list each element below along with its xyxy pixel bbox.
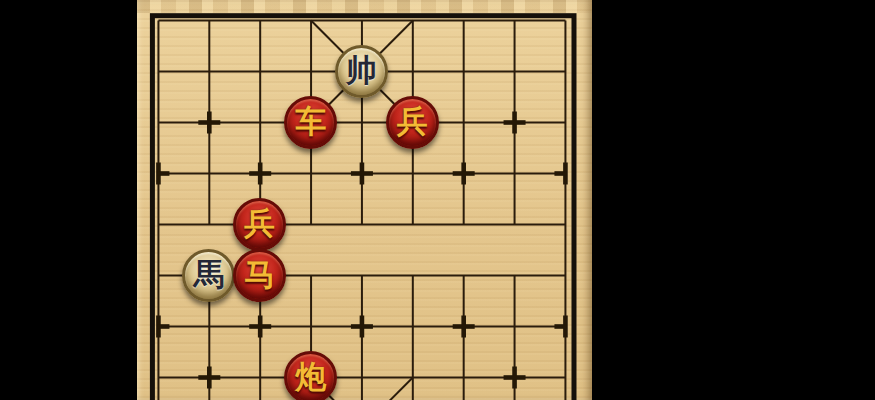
piece-red-horse[interactable]: 马 (233, 249, 286, 302)
piece-red-soldier-a[interactable]: 兵 (386, 96, 439, 149)
piece-character: 帅 (346, 55, 377, 86)
piece-character: 兵 (244, 208, 275, 239)
piece-character: 兵 (397, 106, 428, 137)
piece-gray-general[interactable]: 帅 (335, 45, 388, 98)
piece-character: 马 (244, 259, 275, 290)
board-intersections-grid: 帅车兵兵馬马炮 (133, 0, 591, 400)
piece-character: 馬 (193, 259, 224, 290)
piece-character: 炮 (295, 361, 326, 392)
piece-character: 车 (295, 106, 326, 137)
piece-red-cannon[interactable]: 炮 (284, 351, 337, 400)
piece-gray-horse[interactable]: 馬 (182, 249, 235, 302)
piece-red-chariot[interactable]: 车 (284, 96, 337, 149)
game-canvas: 帅车兵兵馬马炮 (0, 0, 875, 400)
piece-red-soldier-b[interactable]: 兵 (233, 198, 286, 251)
xiangqi-board[interactable]: 帅车兵兵馬马炮 (137, 0, 592, 400)
